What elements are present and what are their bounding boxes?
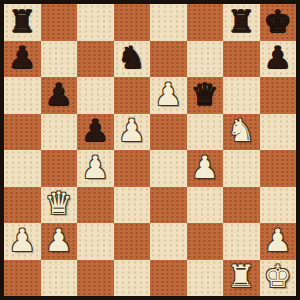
- square-f2[interactable]: [187, 223, 224, 260]
- square-f1[interactable]: [187, 260, 224, 297]
- square-e7[interactable]: [150, 41, 187, 78]
- square-c6[interactable]: [77, 77, 114, 114]
- white-pawn: ♟: [191, 152, 219, 183]
- square-c7[interactable]: [77, 41, 114, 78]
- square-e6[interactable]: ♟: [150, 77, 187, 114]
- square-c5[interactable]: ♟: [77, 114, 114, 151]
- chess-board-frame: ♜♜♚♟♞♟♟♟♛♟♟♞♟♟♛♟♟♟♜♚: [0, 0, 300, 300]
- white-pawn: ♟: [8, 225, 36, 256]
- white-knight: ♞: [227, 115, 255, 146]
- black-pawn: ♟: [81, 115, 109, 146]
- square-h1[interactable]: ♚: [260, 260, 297, 297]
- black-rook: ♜: [8, 6, 36, 37]
- square-c2[interactable]: [77, 223, 114, 260]
- square-d6[interactable]: [114, 77, 151, 114]
- white-pawn: ♟: [154, 79, 182, 110]
- square-f3[interactable]: [187, 187, 224, 224]
- black-knight: ♞: [118, 42, 146, 73]
- square-b1[interactable]: [41, 260, 78, 297]
- square-f5[interactable]: [187, 114, 224, 151]
- square-e2[interactable]: [150, 223, 187, 260]
- square-a3[interactable]: [4, 187, 41, 224]
- square-d5[interactable]: ♟: [114, 114, 151, 151]
- square-e5[interactable]: [150, 114, 187, 151]
- square-g4[interactable]: [223, 150, 260, 187]
- black-pawn: ♟: [264, 42, 292, 73]
- square-d3[interactable]: [114, 187, 151, 224]
- square-h4[interactable]: [260, 150, 297, 187]
- black-rook: ♜: [227, 6, 255, 37]
- square-b7[interactable]: [41, 41, 78, 78]
- black-pawn: ♟: [45, 79, 73, 110]
- square-b4[interactable]: [41, 150, 78, 187]
- square-b5[interactable]: [41, 114, 78, 151]
- black-pawn: ♟: [8, 42, 36, 73]
- square-h7[interactable]: ♟: [260, 41, 297, 78]
- square-a7[interactable]: ♟: [4, 41, 41, 78]
- square-f8[interactable]: [187, 4, 224, 41]
- square-d7[interactable]: ♞: [114, 41, 151, 78]
- square-e1[interactable]: [150, 260, 187, 297]
- chess-board: ♜♜♚♟♞♟♟♟♛♟♟♞♟♟♛♟♟♟♜♚: [4, 4, 296, 296]
- white-pawn: ♟: [81, 152, 109, 183]
- square-b2[interactable]: ♟: [41, 223, 78, 260]
- square-e8[interactable]: [150, 4, 187, 41]
- square-e4[interactable]: [150, 150, 187, 187]
- square-c8[interactable]: [77, 4, 114, 41]
- square-g3[interactable]: [223, 187, 260, 224]
- white-king: ♚: [264, 261, 292, 292]
- square-a5[interactable]: [4, 114, 41, 151]
- square-a6[interactable]: [4, 77, 41, 114]
- square-h3[interactable]: [260, 187, 297, 224]
- square-f6[interactable]: ♛: [187, 77, 224, 114]
- square-d8[interactable]: [114, 4, 151, 41]
- white-pawn: ♟: [264, 225, 292, 256]
- square-d2[interactable]: [114, 223, 151, 260]
- white-pawn: ♟: [118, 115, 146, 146]
- black-king: ♚: [264, 6, 292, 37]
- square-g8[interactable]: ♜: [223, 4, 260, 41]
- square-f4[interactable]: ♟: [187, 150, 224, 187]
- black-queen: ♛: [191, 79, 219, 110]
- square-g5[interactable]: ♞: [223, 114, 260, 151]
- square-g7[interactable]: [223, 41, 260, 78]
- square-e3[interactable]: [150, 187, 187, 224]
- square-c1[interactable]: [77, 260, 114, 297]
- square-a8[interactable]: ♜: [4, 4, 41, 41]
- square-c4[interactable]: ♟: [77, 150, 114, 187]
- square-b3[interactable]: ♛: [41, 187, 78, 224]
- square-g2[interactable]: [223, 223, 260, 260]
- white-queen: ♛: [45, 188, 73, 219]
- square-f7[interactable]: [187, 41, 224, 78]
- square-h5[interactable]: [260, 114, 297, 151]
- square-h2[interactable]: ♟: [260, 223, 297, 260]
- square-b8[interactable]: [41, 4, 78, 41]
- square-b6[interactable]: ♟: [41, 77, 78, 114]
- square-a2[interactable]: ♟: [4, 223, 41, 260]
- square-a4[interactable]: [4, 150, 41, 187]
- square-g1[interactable]: ♜: [223, 260, 260, 297]
- square-d1[interactable]: [114, 260, 151, 297]
- square-h8[interactable]: ♚: [260, 4, 297, 41]
- square-d4[interactable]: [114, 150, 151, 187]
- white-pawn: ♟: [45, 225, 73, 256]
- white-rook: ♜: [227, 261, 255, 292]
- square-a1[interactable]: [4, 260, 41, 297]
- square-g6[interactable]: [223, 77, 260, 114]
- square-h6[interactable]: [260, 77, 297, 114]
- square-c3[interactable]: [77, 187, 114, 224]
